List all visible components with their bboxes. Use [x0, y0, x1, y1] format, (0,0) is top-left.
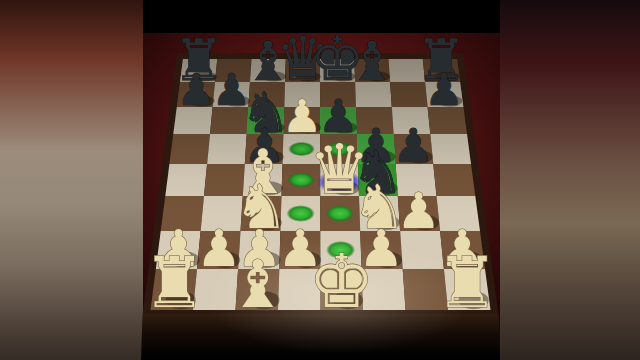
piece-white-bishop-c1[interactable]: ♝ — [228, 246, 287, 323]
screenshot-stage: ♜♝♛♚♝♜♟♟♟♞♟♟♟♟♟♝♛♞♞♞♟♟♟♟♟♟♟♜♝♚♜ — [0, 0, 640, 360]
piece-white-rook-h1[interactable]: ♜ — [435, 242, 498, 324]
piece-black-pawn-a7[interactable]: ♟ — [176, 64, 215, 115]
piece-black-pawn-h7[interactable]: ♟ — [424, 64, 463, 115]
piece-black-bishop-f8[interactable]: ♝ — [348, 30, 397, 93]
piece-white-king-e1[interactable]: ♚ — [308, 238, 374, 324]
chess-board-3d: ♜♝♛♚♝♜♟♟♟♞♟♟♟♟♟♝♛♞♞♞♟♟♟♟♟♟♟♜♝♚♜ — [0, 0, 640, 360]
piece-white-rook-a1[interactable]: ♜ — [143, 242, 206, 324]
